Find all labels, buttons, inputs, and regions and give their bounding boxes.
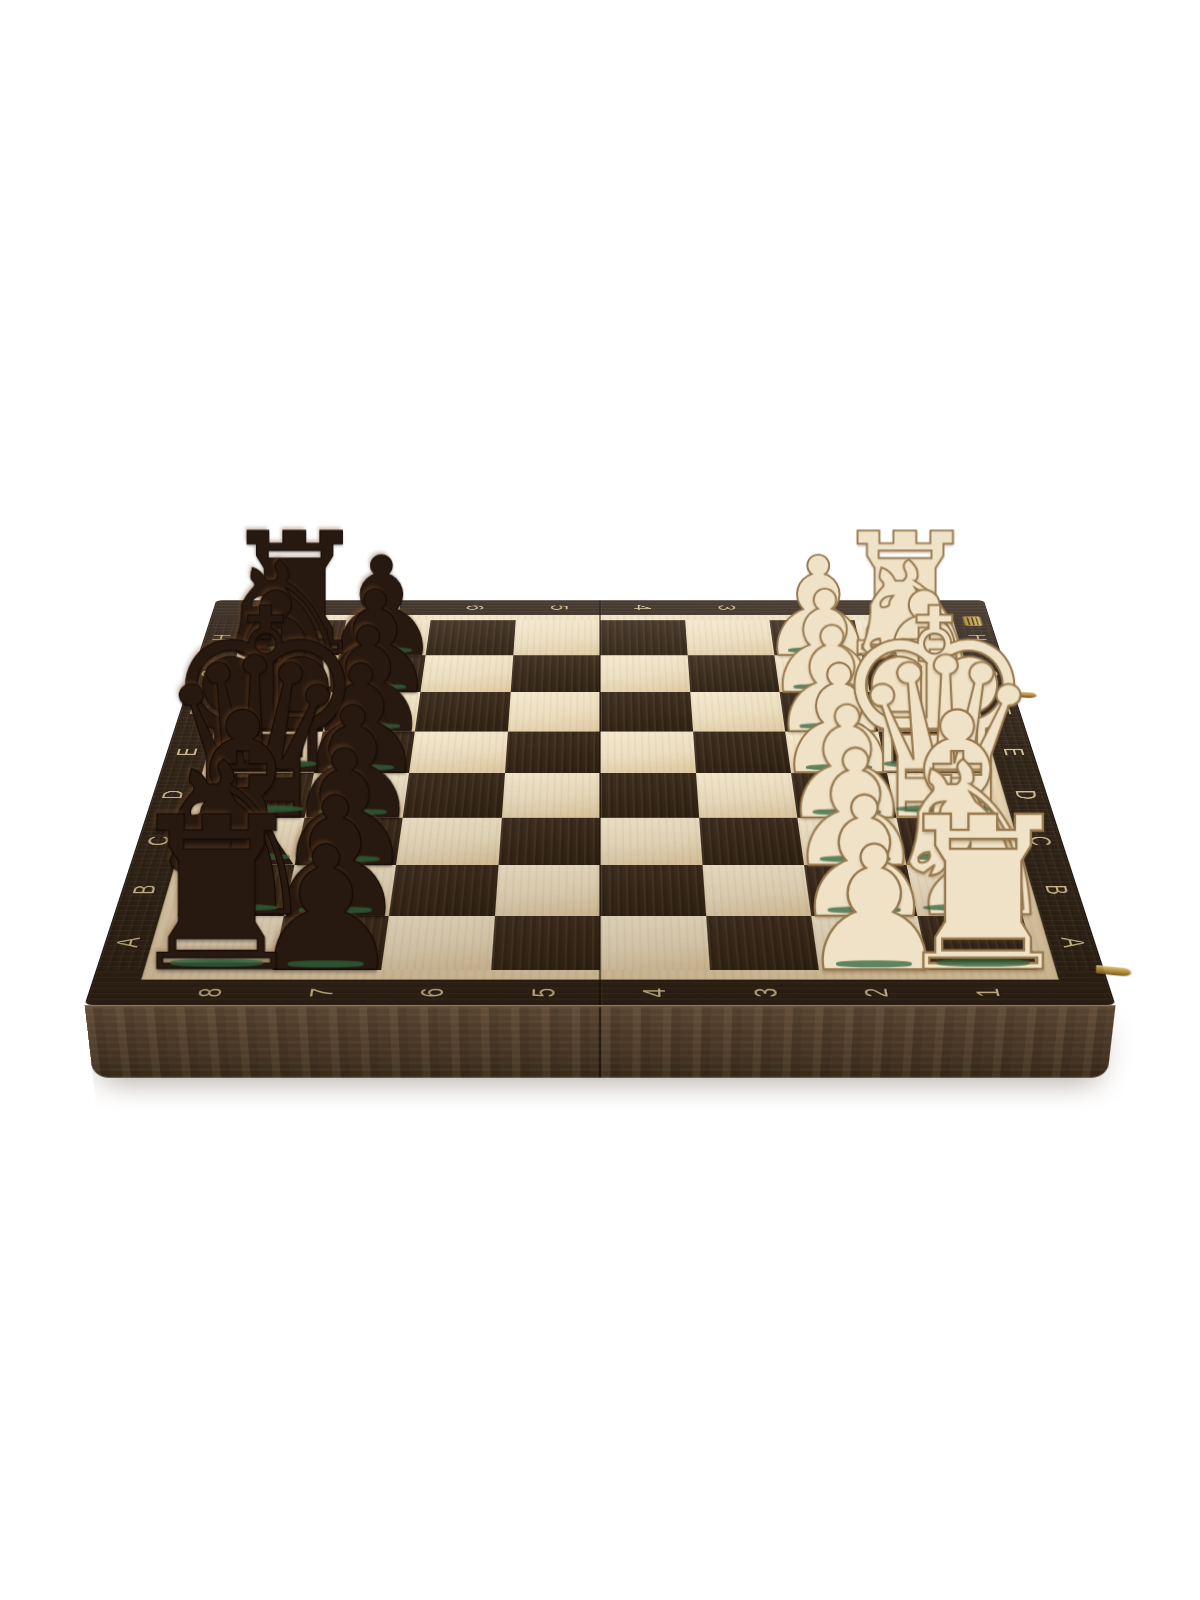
coordinate-label: 2	[861, 988, 894, 997]
coordinate-cell: 7	[264, 980, 380, 1006]
coordinate-label: 3	[750, 988, 782, 997]
coordinate-cell: 4	[600, 600, 684, 615]
coordinate-cell: 3	[683, 600, 768, 615]
brass-clasp-icon	[1096, 965, 1131, 976]
piece-cell-a4	[600, 916, 709, 970]
square-f6[interactable]	[415, 692, 510, 731]
rank-labels-near: 87654321	[152, 980, 1047, 1006]
square-f4[interactable]	[600, 692, 693, 731]
piece-cell-c5	[498, 817, 600, 864]
coordinate-label: 4	[640, 988, 672, 997]
piece-cell-b5	[494, 865, 600, 916]
coordinate-label: 6	[417, 988, 449, 997]
square-g4[interactable]	[600, 655, 690, 692]
coordinate-label: 5	[529, 988, 561, 997]
square-h6[interactable]	[426, 620, 516, 655]
square-h5[interactable]	[513, 620, 600, 655]
coordinate-cell: 1	[930, 980, 1047, 1006]
piece-cell-c4	[600, 817, 702, 864]
board-front-edge	[84, 1005, 1115, 1077]
square-e5[interactable]	[505, 731, 601, 773]
coordinate-cell: 8	[152, 980, 269, 1006]
front-fold-seam	[599, 1007, 601, 1078]
square-h4[interactable]	[600, 620, 687, 655]
coordinate-label: 4	[630, 605, 654, 610]
square-f5[interactable]	[507, 692, 600, 731]
square-f3[interactable]	[690, 692, 785, 731]
white-rook[interactable]: ♜	[888, 790, 1078, 1002]
square-g3[interactable]	[687, 655, 779, 692]
coordinate-cell: 6	[376, 980, 490, 1006]
coordinate-cell: 5	[488, 980, 600, 1006]
piece-cell-b4	[600, 865, 706, 916]
piece-cell-a5	[491, 916, 600, 970]
piece-cell-d5	[501, 773, 600, 817]
square-g5[interactable]	[510, 655, 600, 692]
coordinate-label: 3	[714, 605, 738, 610]
piece-cell-a1: ♜	[917, 916, 1038, 970]
coordinate-label: 8	[195, 988, 229, 997]
square-e4[interactable]	[600, 731, 696, 773]
photo-background: HGFEDCBA HGFEDCBA 87654321 87654321 ♜♟♟♜…	[0, 0, 1200, 1600]
coordinate-label: 1	[972, 988, 1006, 997]
coordinate-label: 5	[546, 605, 570, 610]
coordinate-cell: 3	[710, 980, 824, 1006]
coordinate-label: 7	[306, 988, 339, 997]
coordinate-label: 6	[462, 605, 486, 610]
coordinate-cell: 6	[431, 600, 516, 615]
coordinate-cell: 5	[516, 600, 600, 615]
black-rook[interactable]: ♜	[121, 790, 311, 1002]
piece-cell-d4	[600, 773, 699, 817]
square-g6[interactable]	[420, 655, 512, 692]
perspective-viewport: HGFEDCBA HGFEDCBA 87654321 87654321 ♜♟♟♜…	[0, 0, 1200, 1600]
coordinate-cell: 2	[820, 980, 936, 1006]
piece-cell-a8: ♜	[162, 916, 283, 970]
chess-board: HGFEDCBA HGFEDCBA 87654321 87654321 ♜♟♟♜…	[84, 600, 1115, 1005]
coordinate-cell: 4	[600, 980, 712, 1006]
square-h3[interactable]	[685, 620, 775, 655]
